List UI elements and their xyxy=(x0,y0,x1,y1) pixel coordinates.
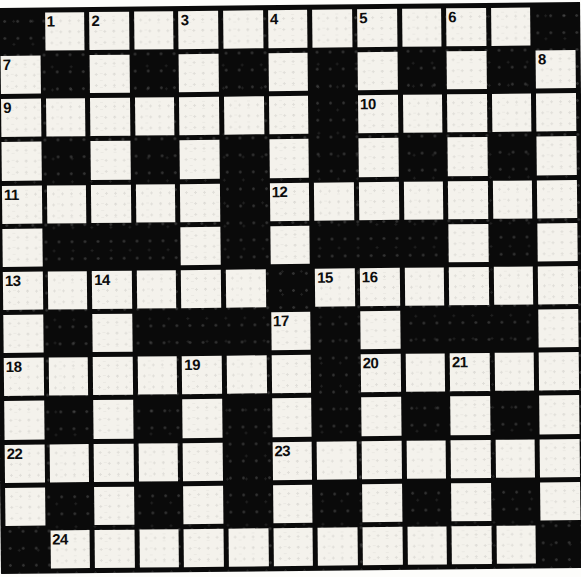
cell-r2c5[interactable] xyxy=(224,97,264,136)
block-r1c11 xyxy=(491,51,531,90)
clue-number-23: 23 xyxy=(274,442,290,459)
cell-r9c0[interactable] xyxy=(4,401,44,440)
cell-r8c5[interactable] xyxy=(227,355,267,394)
cell-r3c12[interactable] xyxy=(537,136,577,175)
cell-r3c10[interactable] xyxy=(448,137,488,176)
block-r12c0 xyxy=(6,530,46,569)
cell-r12c7[interactable] xyxy=(318,527,358,566)
block-r3c1 xyxy=(46,142,86,181)
block-r5c11 xyxy=(493,223,533,262)
block-r5c1 xyxy=(47,228,87,267)
clue-number-15: 15 xyxy=(317,268,333,285)
block-r7c4 xyxy=(182,313,222,352)
cell-r4c9[interactable] xyxy=(403,181,443,220)
clue-number-21: 21 xyxy=(452,353,468,370)
cell-r6c8[interactable]: 16 xyxy=(360,268,400,307)
block-r1c7 xyxy=(313,52,353,91)
clue-number-7: 7 xyxy=(3,56,11,73)
block-r1c5 xyxy=(224,53,264,92)
cell-r5c12[interactable] xyxy=(538,223,578,262)
cell-r1c12[interactable]: 8 xyxy=(536,50,576,89)
cell-r1c8[interactable] xyxy=(357,52,397,91)
clue-number-22: 22 xyxy=(7,444,23,461)
crossword-page: 123456789101112131415161718192021222324 xyxy=(0,0,581,577)
block-r12c12 xyxy=(541,525,581,564)
block-r1c1 xyxy=(45,55,85,94)
cell-r10c0[interactable]: 22 xyxy=(5,444,45,483)
cell-r12c4[interactable] xyxy=(184,529,224,568)
clue-number-1: 1 xyxy=(47,12,55,29)
cell-r12c9[interactable] xyxy=(407,526,447,565)
clue-number-9: 9 xyxy=(3,99,11,116)
block-r9c5 xyxy=(227,399,267,438)
cell-r12c11[interactable] xyxy=(496,525,536,564)
block-r7c9 xyxy=(405,310,445,349)
cell-r7c2[interactable] xyxy=(92,314,132,353)
cell-r8c10[interactable]: 21 xyxy=(450,353,490,392)
cell-r11c4[interactable] xyxy=(184,485,224,524)
cell-r9c4[interactable] xyxy=(183,399,223,438)
clue-number-10: 10 xyxy=(360,95,376,112)
cell-r6c4[interactable] xyxy=(181,270,221,309)
cell-r2c1[interactable] xyxy=(46,98,86,137)
cell-r2c10[interactable] xyxy=(447,94,487,133)
cell-r2c9[interactable] xyxy=(403,95,443,134)
cell-r1c4[interactable] xyxy=(179,54,219,93)
cell-r3c8[interactable] xyxy=(358,138,398,177)
cell-r4c10[interactable] xyxy=(448,181,488,220)
cell-r0c1[interactable]: 1 xyxy=(45,12,85,51)
cell-r11c12[interactable] xyxy=(540,482,580,521)
block-r3c11 xyxy=(492,137,532,176)
block-r3c5 xyxy=(225,140,265,179)
cell-r10c9[interactable] xyxy=(406,440,446,479)
cell-r4c2[interactable] xyxy=(91,184,131,223)
cell-r0c9[interactable] xyxy=(402,8,442,47)
cell-r6c12[interactable] xyxy=(538,266,578,305)
cell-r4c3[interactable] xyxy=(136,184,176,223)
clue-number-20: 20 xyxy=(363,354,379,371)
block-r9c9 xyxy=(406,397,446,436)
block-r4c5 xyxy=(225,183,265,222)
cell-r10c4[interactable] xyxy=(183,442,223,481)
clue-number-24: 24 xyxy=(52,530,68,547)
block-r3c7 xyxy=(314,139,354,178)
cell-r10c3[interactable] xyxy=(138,443,178,482)
cell-r10c1[interactable] xyxy=(49,444,89,483)
block-r9c1 xyxy=(49,400,89,439)
cell-r11c6[interactable] xyxy=(273,484,313,523)
cell-r11c10[interactable] xyxy=(451,483,491,522)
cell-r12c2[interactable] xyxy=(95,529,135,568)
cell-r1c2[interactable] xyxy=(90,55,130,94)
cell-r7c8[interactable] xyxy=(360,311,400,350)
cell-r9c8[interactable] xyxy=(361,397,401,436)
block-r7c7 xyxy=(316,311,356,350)
cell-r4c0[interactable]: 11 xyxy=(2,185,42,224)
cell-r4c1[interactable] xyxy=(47,185,87,224)
clue-number-17: 17 xyxy=(273,312,289,329)
cell-r2c2[interactable] xyxy=(90,98,130,137)
cell-r8c1[interactable] xyxy=(48,357,88,396)
cell-r8c4[interactable]: 19 xyxy=(182,356,222,395)
block-r5c2 xyxy=(92,227,132,266)
clue-number-16: 16 xyxy=(362,268,378,285)
clue-number-2: 2 xyxy=(91,12,99,29)
block-r11c3 xyxy=(139,486,179,525)
cell-r10c6[interactable]: 23 xyxy=(272,441,312,480)
cell-r8c6[interactable] xyxy=(271,355,311,394)
cell-r4c12[interactable] xyxy=(537,180,577,219)
block-r8c7 xyxy=(316,355,356,394)
cell-r1c10[interactable] xyxy=(447,51,487,90)
cell-r0c10[interactable]: 6 xyxy=(446,8,486,47)
cell-r6c2[interactable]: 14 xyxy=(92,271,132,310)
cell-r12c8[interactable] xyxy=(362,527,402,566)
clue-number-12: 12 xyxy=(272,183,288,200)
cell-r6c0[interactable]: 13 xyxy=(3,272,43,311)
block-r3c3 xyxy=(135,141,175,180)
cell-r3c2[interactable] xyxy=(91,141,131,180)
cell-r8c8[interactable]: 20 xyxy=(361,354,401,393)
cell-r10c12[interactable] xyxy=(540,439,580,478)
cell-r4c6[interactable]: 12 xyxy=(270,182,310,221)
block-r11c1 xyxy=(50,487,90,526)
cell-r3c0[interactable] xyxy=(1,142,41,181)
cell-r8c0[interactable]: 18 xyxy=(4,358,44,397)
cell-r11c8[interactable] xyxy=(362,484,402,523)
cell-r0c8[interactable]: 5 xyxy=(357,9,397,48)
block-r2c7 xyxy=(313,96,353,135)
block-r9c3 xyxy=(138,400,178,439)
cell-r2c0[interactable]: 9 xyxy=(1,99,41,138)
cell-r5c10[interactable] xyxy=(448,224,488,263)
cell-r6c11[interactable] xyxy=(494,266,534,305)
block-r0c12 xyxy=(535,7,575,46)
cell-r0c3[interactable] xyxy=(134,11,174,50)
cell-r9c10[interactable] xyxy=(450,396,490,435)
clue-number-4: 4 xyxy=(270,10,278,27)
cell-r1c6[interactable] xyxy=(268,53,308,92)
clue-number-3: 3 xyxy=(181,11,189,28)
cell-r4c4[interactable] xyxy=(180,183,220,222)
cell-r0c7[interactable] xyxy=(312,9,352,48)
cell-r4c8[interactable] xyxy=(359,181,399,220)
cell-r0c2[interactable]: 2 xyxy=(89,12,129,51)
block-r5c9 xyxy=(404,224,444,263)
block-r0c0 xyxy=(0,13,40,52)
cell-r5c0[interactable] xyxy=(2,228,42,267)
cell-r12c1[interactable]: 24 xyxy=(50,530,90,569)
block-r9c7 xyxy=(316,398,356,437)
cell-r7c6[interactable]: 17 xyxy=(271,312,311,351)
cell-r0c11[interactable] xyxy=(491,7,531,46)
cell-r3c4[interactable] xyxy=(180,140,220,179)
cell-r12c10[interactable] xyxy=(452,526,492,565)
cell-r0c4[interactable]: 3 xyxy=(179,11,219,50)
cell-r6c5[interactable] xyxy=(226,269,266,308)
cell-r7c12[interactable] xyxy=(539,309,579,348)
block-r5c7 xyxy=(315,225,355,264)
clue-number-6: 6 xyxy=(448,8,456,25)
block-r5c3 xyxy=(136,227,176,266)
cell-r2c8[interactable]: 10 xyxy=(358,95,398,134)
cell-r6c1[interactable] xyxy=(47,271,87,310)
cell-r12c5[interactable] xyxy=(229,528,269,567)
clue-number-13: 13 xyxy=(5,272,21,289)
cell-r6c7[interactable]: 15 xyxy=(315,268,355,307)
block-r11c11 xyxy=(496,482,536,521)
cell-r3c6[interactable] xyxy=(269,139,309,178)
cell-r9c6[interactable] xyxy=(272,398,312,437)
block-r7c5 xyxy=(226,312,266,351)
cell-r8c12[interactable] xyxy=(539,352,579,391)
cell-r5c4[interactable] xyxy=(181,226,221,265)
block-r7c11 xyxy=(494,310,534,349)
cell-r0c5[interactable] xyxy=(223,10,263,49)
cell-r10c2[interactable] xyxy=(94,443,134,482)
block-r10c5 xyxy=(228,442,268,481)
crossword-board: 123456789101112131415161718192021222324 xyxy=(0,2,581,574)
block-r11c7 xyxy=(317,484,357,523)
cell-r10c7[interactable] xyxy=(317,441,357,480)
cell-r6c9[interactable] xyxy=(404,267,444,306)
block-r1c3 xyxy=(134,54,174,93)
cell-r2c6[interactable] xyxy=(269,96,309,135)
cell-r12c3[interactable] xyxy=(139,529,179,568)
cell-r2c11[interactable] xyxy=(492,94,532,133)
clue-number-19: 19 xyxy=(184,356,200,373)
block-r11c5 xyxy=(228,485,268,524)
cell-r6c3[interactable] xyxy=(137,270,177,309)
cell-r11c2[interactable] xyxy=(94,486,134,525)
cell-r1c0[interactable]: 7 xyxy=(1,56,41,95)
clue-number-8: 8 xyxy=(538,50,546,67)
cell-r9c2[interactable] xyxy=(93,400,133,439)
block-r7c3 xyxy=(137,313,177,352)
block-r7c1 xyxy=(48,314,88,353)
block-r3c9 xyxy=(403,138,443,177)
cell-r12c6[interactable] xyxy=(273,528,313,567)
clue-number-5: 5 xyxy=(359,9,367,26)
cell-r10c11[interactable] xyxy=(495,439,535,478)
cell-r8c2[interactable] xyxy=(93,357,133,396)
cell-r10c8[interactable] xyxy=(362,440,402,479)
cell-r4c11[interactable] xyxy=(493,180,533,219)
cell-r10c10[interactable] xyxy=(451,439,491,478)
block-r5c5 xyxy=(225,226,265,265)
cell-r6c10[interactable] xyxy=(449,267,489,306)
cell-r7c0[interactable] xyxy=(3,315,43,354)
cell-r2c3[interactable] xyxy=(135,98,175,137)
block-r11c9 xyxy=(407,483,447,522)
clue-number-14: 14 xyxy=(94,271,110,288)
cell-r5c6[interactable] xyxy=(270,226,310,265)
block-r1c9 xyxy=(402,52,442,91)
cell-r8c11[interactable] xyxy=(494,353,534,392)
block-r6c6 xyxy=(270,269,310,308)
cell-r4c7[interactable] xyxy=(314,182,354,221)
clue-number-18: 18 xyxy=(6,358,22,375)
cell-r2c4[interactable] xyxy=(179,97,219,136)
block-r5c8 xyxy=(359,225,399,264)
cell-r0c6[interactable]: 4 xyxy=(268,10,308,49)
clue-number-11: 11 xyxy=(4,185,19,202)
block-r7c10 xyxy=(449,310,489,349)
cell-r11c0[interactable] xyxy=(5,487,45,526)
cell-r8c3[interactable] xyxy=(138,356,178,395)
cell-r9c12[interactable] xyxy=(540,395,580,434)
cell-r8c9[interactable] xyxy=(405,354,445,393)
cell-r2c12[interactable] xyxy=(536,93,576,132)
block-r9c11 xyxy=(495,396,535,435)
